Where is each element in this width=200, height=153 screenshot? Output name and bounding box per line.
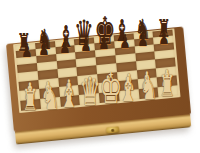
square-e1 <box>99 91 120 103</box>
photo-background: ♜♞♝♛♚♝♞♜♟♟♟♟♟♟♟♟♟♟♟♟♟♟♟♟♜♞♝♛♚♝♞♜ <box>0 0 200 153</box>
clasp-pin-icon <box>111 128 114 131</box>
brass-clasp-icon <box>106 126 120 134</box>
square-g1 <box>138 87 159 99</box>
square-h1 <box>158 85 179 97</box>
square-d1 <box>79 93 100 105</box>
square-c1 <box>60 95 81 107</box>
square-f1 <box>118 89 139 101</box>
square-b1 <box>40 97 61 109</box>
square-a1 <box>20 99 41 111</box>
chess-box <box>6 26 192 144</box>
